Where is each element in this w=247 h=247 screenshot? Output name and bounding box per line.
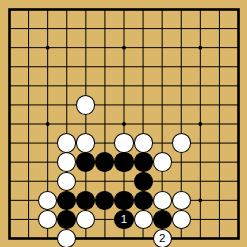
intersection[interactable] (76, 229, 95, 247)
intersection[interactable] (114, 172, 133, 191)
white-stone (76, 133, 95, 152)
intersection[interactable] (153, 76, 172, 95)
intersection[interactable] (153, 57, 172, 76)
intersection[interactable] (57, 95, 76, 114)
intersection[interactable] (57, 191, 76, 210)
intersection[interactable] (76, 191, 95, 210)
intersection[interactable] (19, 134, 38, 153)
intersection[interactable] (229, 210, 247, 229)
intersection[interactable] (114, 38, 133, 57)
black-stone: 1 (114, 210, 133, 229)
intersection[interactable] (210, 19, 229, 38)
intersection[interactable] (19, 95, 38, 114)
move-number-label: 2 (159, 233, 165, 245)
white-stone (134, 210, 153, 229)
black-stone (134, 172, 153, 191)
intersection[interactable] (57, 76, 76, 95)
intersection[interactable] (0, 76, 19, 95)
intersection[interactable] (95, 38, 114, 57)
stones-layer: 12 (0, 0, 247, 247)
intersection[interactable] (229, 172, 247, 191)
intersection[interactable] (210, 191, 229, 210)
intersection[interactable] (19, 191, 38, 210)
black-stone (153, 210, 172, 229)
intersection[interactable] (134, 210, 153, 229)
intersection[interactable] (229, 191, 247, 210)
intersection[interactable] (76, 76, 95, 95)
intersection[interactable] (229, 57, 247, 76)
intersection[interactable] (0, 210, 19, 229)
intersection[interactable] (57, 134, 76, 153)
black-stone (76, 191, 95, 210)
intersection[interactable] (38, 95, 57, 114)
intersection[interactable] (229, 134, 247, 153)
intersection[interactable] (134, 57, 153, 76)
intersection[interactable] (172, 38, 191, 57)
intersection[interactable] (191, 134, 210, 153)
intersection[interactable] (19, 38, 38, 57)
intersection[interactable] (172, 114, 191, 133)
intersection[interactable] (95, 19, 114, 38)
intersection[interactable] (95, 134, 114, 153)
white-stone (57, 229, 76, 247)
intersection[interactable] (191, 210, 210, 229)
intersection[interactable] (19, 19, 38, 38)
intersection[interactable] (0, 134, 19, 153)
intersection[interactable] (191, 114, 210, 133)
intersection[interactable] (38, 134, 57, 153)
intersection[interactable] (0, 172, 19, 191)
intersection[interactable] (210, 210, 229, 229)
white-stone (57, 133, 76, 152)
intersection[interactable] (153, 210, 172, 229)
intersection[interactable] (95, 76, 114, 95)
intersection[interactable] (134, 76, 153, 95)
intersection[interactable] (114, 0, 133, 19)
intersection[interactable] (114, 191, 133, 210)
intersection[interactable] (134, 134, 153, 153)
black-stone (134, 191, 153, 210)
intersection[interactable] (38, 76, 57, 95)
intersection[interactable] (95, 210, 114, 229)
intersection[interactable] (0, 191, 19, 210)
intersection[interactable] (172, 134, 191, 153)
intersection[interactable] (19, 114, 38, 133)
intersection[interactable] (19, 153, 38, 172)
intersection[interactable] (153, 95, 172, 114)
white-stone (76, 210, 95, 229)
intersection[interactable] (19, 76, 38, 95)
intersection[interactable] (210, 57, 229, 76)
intersection[interactable] (19, 210, 38, 229)
intersection[interactable] (95, 229, 114, 247)
white-stone (172, 191, 191, 210)
intersection[interactable] (57, 38, 76, 57)
intersection[interactable] (76, 153, 95, 172)
intersection[interactable] (229, 229, 247, 247)
go-board: 12 (0, 0, 247, 247)
intersection[interactable] (38, 172, 57, 191)
intersection[interactable] (95, 172, 114, 191)
white-stone (57, 152, 76, 171)
black-stone (76, 152, 95, 171)
intersection[interactable] (76, 172, 95, 191)
intersection[interactable] (57, 153, 76, 172)
intersection[interactable] (114, 153, 133, 172)
intersection[interactable] (172, 57, 191, 76)
intersection[interactable] (76, 95, 95, 114)
intersection[interactable] (95, 57, 114, 76)
intersection[interactable] (172, 95, 191, 114)
intersection[interactable] (229, 38, 247, 57)
intersection[interactable] (38, 229, 57, 247)
intersection[interactable] (38, 38, 57, 57)
intersection[interactable]: 1 (114, 210, 133, 229)
intersection[interactable] (134, 95, 153, 114)
intersection[interactable] (191, 153, 210, 172)
black-stone (95, 152, 114, 171)
intersection[interactable] (76, 210, 95, 229)
intersection[interactable] (191, 76, 210, 95)
intersection[interactable] (76, 38, 95, 57)
intersection[interactable] (210, 114, 229, 133)
white-stone (172, 133, 191, 152)
intersection[interactable] (153, 191, 172, 210)
white-stone (57, 172, 76, 191)
intersection[interactable] (38, 153, 57, 172)
intersection[interactable] (19, 229, 38, 247)
intersection[interactable] (172, 76, 191, 95)
intersection[interactable] (134, 19, 153, 38)
white-stone (172, 210, 191, 229)
intersection[interactable] (153, 153, 172, 172)
intersection[interactable] (38, 0, 57, 19)
intersection[interactable] (38, 210, 57, 229)
intersection[interactable] (114, 57, 133, 76)
intersection[interactable] (191, 172, 210, 191)
intersection[interactable] (0, 153, 19, 172)
intersection[interactable] (210, 38, 229, 57)
intersection[interactable] (95, 153, 114, 172)
intersection[interactable] (134, 172, 153, 191)
intersection[interactable] (229, 114, 247, 133)
intersection[interactable] (114, 134, 133, 153)
intersection[interactable] (172, 191, 191, 210)
intersection[interactable] (19, 57, 38, 76)
intersection[interactable] (57, 114, 76, 133)
intersection[interactable] (38, 57, 57, 76)
intersection[interactable] (57, 19, 76, 38)
white-stone (114, 133, 133, 152)
intersection[interactable] (134, 191, 153, 210)
white-stone (153, 191, 172, 210)
intersection[interactable] (114, 229, 133, 247)
intersection[interactable] (76, 57, 95, 76)
intersection[interactable] (191, 38, 210, 57)
intersection[interactable] (57, 172, 76, 191)
intersection[interactable] (57, 57, 76, 76)
intersection[interactable] (38, 19, 57, 38)
intersection[interactable] (191, 0, 210, 19)
intersection[interactable] (172, 229, 191, 247)
intersection[interactable] (114, 19, 133, 38)
intersection[interactable] (172, 19, 191, 38)
intersection[interactable] (134, 114, 153, 133)
black-stone (95, 191, 114, 210)
intersection[interactable] (0, 57, 19, 76)
white-stone (134, 133, 153, 152)
white-stone (38, 210, 57, 229)
intersection[interactable] (38, 114, 57, 133)
intersection[interactable] (153, 38, 172, 57)
intersection[interactable] (19, 172, 38, 191)
intersection[interactable] (0, 95, 19, 114)
black-stone (57, 191, 76, 210)
intersection[interactable] (38, 191, 57, 210)
intersection[interactable] (0, 19, 19, 38)
intersection[interactable] (229, 76, 247, 95)
intersection[interactable] (0, 114, 19, 133)
intersection[interactable] (95, 95, 114, 114)
intersection[interactable] (153, 19, 172, 38)
white-stone (153, 152, 172, 171)
intersection[interactable] (57, 0, 76, 19)
intersection[interactable] (153, 134, 172, 153)
intersection[interactable] (19, 0, 38, 19)
intersection[interactable] (229, 95, 247, 114)
move-number-label: 1 (121, 214, 127, 226)
white-stone (76, 95, 95, 114)
intersection[interactable] (57, 229, 76, 247)
intersection[interactable] (76, 114, 95, 133)
intersection[interactable] (172, 0, 191, 19)
intersection[interactable]: 2 (153, 229, 172, 247)
intersection[interactable] (0, 0, 19, 19)
black-stone (114, 191, 133, 210)
intersection[interactable] (191, 95, 210, 114)
intersection[interactable] (191, 191, 210, 210)
black-stone (114, 152, 133, 171)
intersection[interactable] (0, 38, 19, 57)
intersection[interactable] (95, 191, 114, 210)
intersection[interactable] (114, 114, 133, 133)
intersection[interactable] (172, 172, 191, 191)
intersection[interactable] (191, 229, 210, 247)
intersection[interactable] (210, 229, 229, 247)
intersection[interactable] (210, 153, 229, 172)
intersection[interactable] (0, 229, 19, 247)
intersection[interactable] (229, 19, 247, 38)
intersection[interactable] (172, 153, 191, 172)
intersection[interactable] (210, 95, 229, 114)
intersection[interactable] (134, 153, 153, 172)
intersection[interactable] (153, 172, 172, 191)
black-stone (57, 210, 76, 229)
white-stone: 2 (153, 229, 172, 247)
white-stone (38, 191, 57, 210)
intersection[interactable] (229, 0, 247, 19)
intersection[interactable] (114, 76, 133, 95)
intersection[interactable] (57, 210, 76, 229)
intersection[interactable] (95, 0, 114, 19)
intersection[interactable] (191, 57, 210, 76)
intersection[interactable] (134, 38, 153, 57)
intersection[interactable] (153, 0, 172, 19)
intersection[interactable] (191, 19, 210, 38)
intersection[interactable] (76, 19, 95, 38)
intersection[interactable] (76, 134, 95, 153)
intersection[interactable] (210, 76, 229, 95)
intersection[interactable] (114, 95, 133, 114)
intersection[interactable] (153, 114, 172, 133)
intersection[interactable] (134, 229, 153, 247)
intersection[interactable] (172, 210, 191, 229)
intersection[interactable] (210, 0, 229, 19)
intersection[interactable] (210, 134, 229, 153)
intersection[interactable] (229, 153, 247, 172)
intersection[interactable] (210, 172, 229, 191)
black-stone (134, 152, 153, 171)
intersection[interactable] (134, 0, 153, 19)
intersection[interactable] (76, 0, 95, 19)
intersection[interactable] (95, 114, 114, 133)
